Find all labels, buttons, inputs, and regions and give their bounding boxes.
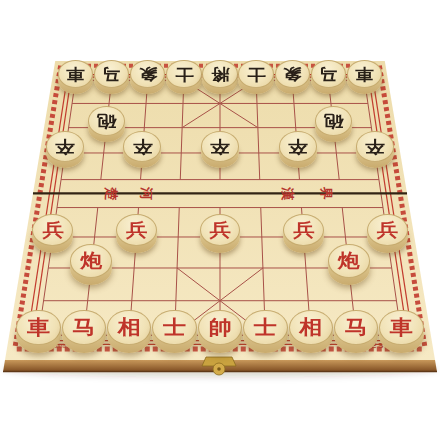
piece-face: 車: [16, 310, 60, 346]
river-label-han: 漢: [280, 187, 295, 201]
piece-black-soldier[interactable]: 卒: [123, 131, 161, 168]
piece-red-advisor[interactable]: 士: [152, 310, 196, 353]
piece-black-advisor[interactable]: 士: [166, 60, 201, 94]
piece-face: 兵: [283, 214, 324, 247]
piece-face: 相: [289, 310, 333, 346]
xiangqi-photo: 楚河漢界StandardCHINESE 車马象士將士象马車砲砲卒卒卒卒卒兵兵兵兵…: [0, 0, 440, 440]
piece-red-cannon[interactable]: 炮: [328, 244, 370, 285]
piece-character: 士: [163, 314, 186, 341]
piece-red-soldier[interactable]: 兵: [200, 214, 241, 254]
piece-face: 兵: [116, 214, 157, 247]
piece-character: 马: [319, 64, 337, 86]
piece-black-advisor[interactable]: 士: [238, 60, 273, 94]
piece-character: 卒: [365, 135, 385, 158]
piece-character: 車: [355, 64, 373, 86]
piece-face: 將: [202, 60, 237, 88]
piece-character: 卒: [210, 135, 230, 158]
piece-character: 帥: [208, 314, 231, 341]
piece-black-soldier[interactable]: 卒: [201, 131, 239, 168]
piece-character: 马: [102, 64, 120, 86]
piece-character: 兵: [209, 218, 230, 242]
piece-character: 砲: [324, 110, 343, 133]
piece-character: 象: [139, 64, 157, 86]
piece-character: 士: [247, 64, 265, 86]
piece-black-horse[interactable]: 马: [94, 60, 129, 94]
piece-red-chariot[interactable]: 車: [16, 310, 60, 353]
piece-face: 卒: [46, 131, 84, 161]
piece-red-horse[interactable]: 马: [334, 310, 378, 353]
piece-character: 卒: [55, 135, 75, 158]
brass-latch-hole: [217, 367, 221, 371]
piece-face: 卒: [356, 131, 394, 161]
river-label-he: 河: [138, 186, 153, 200]
piece-face: 炮: [70, 244, 112, 278]
piece-black-soldier[interactable]: 卒: [46, 131, 84, 168]
river-label-jie: 界: [319, 186, 334, 200]
piece-red-horse[interactable]: 马: [62, 310, 106, 353]
piece-face: 卒: [123, 131, 161, 161]
piece-face: 卒: [201, 131, 239, 161]
piece-character: 马: [345, 314, 368, 341]
river-label-chu: 楚: [104, 186, 119, 201]
piece-character: 卒: [288, 135, 308, 158]
piece-black-soldier[interactable]: 卒: [356, 131, 394, 168]
piece-face: 卒: [279, 131, 317, 161]
piece-face: 士: [166, 60, 201, 88]
piece-character: 車: [66, 64, 84, 86]
piece-face: 兵: [367, 214, 408, 247]
piece-character: 炮: [338, 248, 360, 273]
piece-red-soldier[interactable]: 兵: [367, 214, 408, 254]
piece-black-general[interactable]: 將: [202, 60, 237, 94]
piece-black-chariot[interactable]: 車: [58, 60, 93, 94]
piece-character: 卒: [133, 135, 153, 158]
piece-character: 車: [390, 314, 413, 341]
piece-character: 兵: [42, 218, 63, 242]
piece-face: 砲: [315, 106, 352, 136]
piece-red-soldier[interactable]: 兵: [32, 214, 73, 254]
piece-face: 炮: [328, 244, 370, 278]
piece-red-soldier[interactable]: 兵: [116, 214, 157, 254]
piece-red-soldier[interactable]: 兵: [283, 214, 324, 254]
piece-character: 車: [27, 314, 50, 341]
piece-red-elephant[interactable]: 相: [289, 310, 333, 353]
piece-black-elephant[interactable]: 象: [130, 60, 165, 94]
piece-black-cannon[interactable]: 砲: [88, 106, 125, 142]
piece-red-cannon[interactable]: 炮: [70, 244, 112, 285]
piece-face: 士: [243, 310, 287, 346]
piece-character: 相: [118, 314, 141, 341]
piece-character: 士: [175, 64, 193, 86]
piece-black-horse[interactable]: 马: [311, 60, 346, 94]
piece-red-chariot[interactable]: 車: [379, 310, 423, 353]
piece-black-soldier[interactable]: 卒: [279, 131, 317, 168]
piece-face: 士: [152, 310, 196, 346]
piece-red-advisor[interactable]: 士: [243, 310, 287, 353]
piece-character: 相: [299, 314, 322, 341]
piece-character: 马: [72, 314, 95, 341]
piece-character: 兵: [293, 218, 314, 242]
piece-black-cannon[interactable]: 砲: [315, 106, 352, 142]
piece-character: 兵: [377, 218, 398, 242]
piece-black-chariot[interactable]: 車: [347, 60, 382, 94]
piece-red-general[interactable]: 帥: [198, 310, 242, 353]
piece-face: 車: [379, 310, 423, 346]
piece-character: 炮: [80, 248, 102, 273]
piece-face: 砲: [88, 106, 125, 136]
piece-character: 砲: [97, 110, 116, 133]
piece-black-elephant[interactable]: 象: [275, 60, 310, 94]
piece-character: 將: [211, 64, 229, 86]
piece-character: 象: [283, 64, 301, 86]
piece-character: 兵: [126, 218, 147, 242]
piece-red-elephant[interactable]: 相: [107, 310, 151, 353]
piece-character: 士: [254, 314, 277, 341]
